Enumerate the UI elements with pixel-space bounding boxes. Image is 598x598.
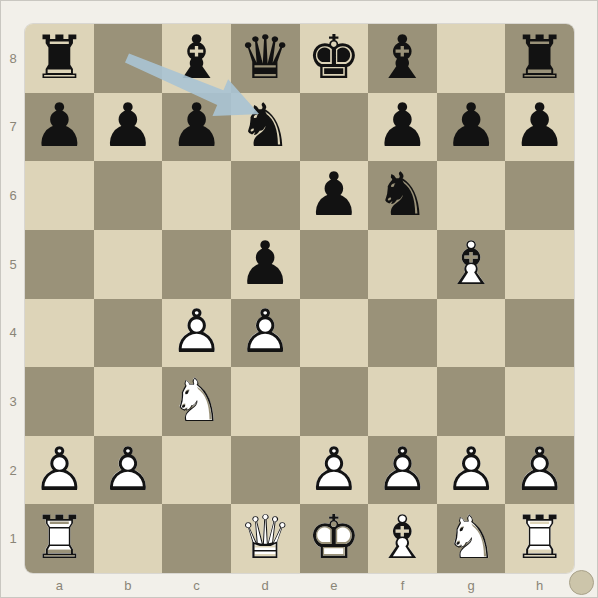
square-b6[interactable] — [94, 161, 163, 230]
square-f8[interactable]: ♝ — [368, 24, 437, 93]
piece-white-rook[interactable]: ♜♖ — [505, 504, 574, 573]
square-h1[interactable]: ♜♖ — [505, 504, 574, 573]
file-label-c: c — [162, 573, 231, 597]
square-b2[interactable]: ♟♙ — [94, 436, 163, 505]
white-piece-outline-glyph: ♘ — [162, 367, 231, 436]
piece-black-pawn[interactable]: ♟ — [94, 93, 163, 162]
piece-black-pawn[interactable]: ♟ — [25, 93, 94, 162]
piece-black-rook[interactable]: ♜ — [25, 24, 94, 93]
square-f4[interactable] — [368, 299, 437, 368]
white-piece-outline-glyph: ♙ — [300, 436, 369, 505]
piece-white-pawn[interactable]: ♟♙ — [300, 436, 369, 505]
rank-label-2: 2 — [1, 436, 25, 505]
piece-white-knight[interactable]: ♞♘ — [162, 367, 231, 436]
rank-label-3: 3 — [1, 367, 25, 436]
rank-label-4: 4 — [1, 299, 25, 368]
square-h2[interactable]: ♟♙ — [505, 436, 574, 505]
square-h5[interactable] — [505, 230, 574, 299]
square-h4[interactable] — [505, 299, 574, 368]
piece-black-knight[interactable]: ♞ — [231, 93, 300, 162]
piece-black-pawn[interactable]: ♟ — [368, 93, 437, 162]
square-d6[interactable] — [231, 161, 300, 230]
square-d2[interactable] — [231, 436, 300, 505]
piece-white-pawn[interactable]: ♟♙ — [231, 299, 300, 368]
square-e1[interactable]: ♚♔ — [300, 504, 369, 573]
square-g6[interactable] — [437, 161, 506, 230]
piece-white-rook[interactable]: ♜♖ — [25, 504, 94, 573]
white-piece-outline-glyph: ♙ — [368, 436, 437, 505]
piece-black-pawn[interactable]: ♟ — [231, 230, 300, 299]
piece-white-pawn[interactable]: ♟♙ — [94, 436, 163, 505]
square-a7[interactable]: ♟ — [25, 93, 94, 162]
square-c8[interactable]: ♝ — [162, 24, 231, 93]
white-piece-outline-glyph: ♘ — [437, 504, 506, 573]
white-piece-outline-glyph: ♖ — [505, 504, 574, 573]
file-label-g: g — [437, 573, 506, 597]
square-a2[interactable]: ♟♙ — [25, 436, 94, 505]
square-g3[interactable] — [437, 367, 506, 436]
square-d4[interactable]: ♟♙ — [231, 299, 300, 368]
white-piece-outline-glyph: ♙ — [94, 436, 163, 505]
piece-white-queen[interactable]: ♛♕ — [231, 504, 300, 573]
piece-black-rook[interactable]: ♜ — [505, 24, 574, 93]
rank-label-1: 1 — [1, 504, 25, 573]
black-piece-glyph: ♞ — [231, 93, 300, 162]
black-piece-glyph: ♟ — [25, 93, 94, 162]
square-h3[interactable] — [505, 367, 574, 436]
square-d3[interactable] — [231, 367, 300, 436]
square-c2[interactable] — [162, 436, 231, 505]
white-piece-outline-glyph: ♙ — [231, 299, 300, 368]
piece-black-pawn[interactable]: ♟ — [437, 93, 506, 162]
square-e6[interactable]: ♟ — [300, 161, 369, 230]
chess-diagram-page: ♜♝♛♚♝♜♟♟♟♞♟♟♟♟♞♟♝♗♟♙♟♙♞♘♟♙♟♙♟♙♟♙♟♙♟♙♜♖♛♕… — [0, 0, 598, 598]
square-c3[interactable]: ♞♘ — [162, 367, 231, 436]
square-e5[interactable] — [300, 230, 369, 299]
black-piece-glyph: ♟ — [300, 161, 369, 230]
board-area: ♜♝♛♚♝♜♟♟♟♞♟♟♟♟♞♟♝♗♟♙♟♙♞♘♟♙♟♙♟♙♟♙♟♙♟♙♜♖♛♕… — [1, 1, 597, 597]
piece-black-queen[interactable]: ♛ — [231, 24, 300, 93]
piece-white-pawn[interactable]: ♟♙ — [162, 299, 231, 368]
square-a4[interactable] — [25, 299, 94, 368]
square-h7[interactable]: ♟ — [505, 93, 574, 162]
piece-black-knight[interactable]: ♞ — [368, 161, 437, 230]
square-f2[interactable]: ♟♙ — [368, 436, 437, 505]
piece-black-king[interactable]: ♚ — [300, 24, 369, 93]
square-f5[interactable] — [368, 230, 437, 299]
black-piece-glyph: ♚ — [300, 24, 369, 93]
file-labels: abcdefgh — [25, 573, 574, 597]
square-e2[interactable]: ♟♙ — [300, 436, 369, 505]
white-piece-outline-glyph: ♕ — [231, 504, 300, 573]
square-d5[interactable]: ♟ — [231, 230, 300, 299]
square-b8[interactable] — [94, 24, 163, 93]
piece-white-pawn[interactable]: ♟♙ — [437, 436, 506, 505]
square-c1[interactable] — [162, 504, 231, 573]
square-b5[interactable] — [94, 230, 163, 299]
square-b4[interactable] — [94, 299, 163, 368]
square-g2[interactable]: ♟♙ — [437, 436, 506, 505]
rank-label-8: 8 — [1, 24, 25, 93]
piece-white-bishop[interactable]: ♝♗ — [368, 504, 437, 573]
piece-white-bishop[interactable]: ♝♗ — [437, 230, 506, 299]
square-a1[interactable]: ♜♖ — [25, 504, 94, 573]
piece-white-king[interactable]: ♚♔ — [300, 504, 369, 573]
square-c5[interactable] — [162, 230, 231, 299]
white-piece-outline-glyph: ♖ — [25, 504, 94, 573]
file-label-f: f — [368, 573, 437, 597]
black-piece-glyph: ♟ — [231, 230, 300, 299]
file-label-b: b — [94, 573, 163, 597]
square-f7[interactable]: ♟ — [368, 93, 437, 162]
piece-white-knight[interactable]: ♞♘ — [437, 504, 506, 573]
rank-label-6: 6 — [1, 161, 25, 230]
square-b3[interactable] — [94, 367, 163, 436]
square-f3[interactable] — [368, 367, 437, 436]
square-g7[interactable]: ♟ — [437, 93, 506, 162]
square-f6[interactable]: ♞ — [368, 161, 437, 230]
black-piece-glyph: ♛ — [231, 24, 300, 93]
white-piece-outline-glyph: ♙ — [25, 436, 94, 505]
piece-black-pawn[interactable]: ♟ — [300, 161, 369, 230]
white-piece-outline-glyph: ♙ — [162, 299, 231, 368]
square-c6[interactable] — [162, 161, 231, 230]
square-e3[interactable] — [300, 367, 369, 436]
square-g1[interactable]: ♞♘ — [437, 504, 506, 573]
white-piece-outline-glyph: ♙ — [437, 436, 506, 505]
square-h6[interactable] — [505, 161, 574, 230]
piece-white-pawn[interactable]: ♟♙ — [368, 436, 437, 505]
corner-dot-icon — [569, 570, 594, 595]
square-d8[interactable]: ♛ — [231, 24, 300, 93]
file-label-e: e — [300, 573, 369, 597]
square-b1[interactable] — [94, 504, 163, 573]
square-g4[interactable] — [437, 299, 506, 368]
white-piece-outline-glyph: ♙ — [505, 436, 574, 505]
rank-labels: 87654321 — [1, 24, 25, 573]
piece-black-pawn[interactable]: ♟ — [505, 93, 574, 162]
rank-label-7: 7 — [1, 93, 25, 162]
square-c7[interactable]: ♟ — [162, 93, 231, 162]
black-piece-glyph: ♟ — [368, 93, 437, 162]
square-e4[interactable] — [300, 299, 369, 368]
square-b7[interactable]: ♟ — [94, 93, 163, 162]
square-d1[interactable]: ♛♕ — [231, 504, 300, 573]
square-a8[interactable]: ♜ — [25, 24, 94, 93]
black-piece-glyph: ♟ — [437, 93, 506, 162]
square-a6[interactable] — [25, 161, 94, 230]
board: ♜♝♛♚♝♜♟♟♟♞♟♟♟♟♞♟♝♗♟♙♟♙♞♘♟♙♟♙♟♙♟♙♟♙♟♙♜♖♛♕… — [25, 24, 574, 573]
piece-black-bishop[interactable]: ♝ — [368, 24, 437, 93]
black-piece-glyph: ♟ — [505, 93, 574, 162]
file-label-d: d — [231, 573, 300, 597]
square-h8[interactable]: ♜ — [505, 24, 574, 93]
square-e7[interactable] — [300, 93, 369, 162]
square-a3[interactable] — [25, 367, 94, 436]
square-d7[interactable]: ♞ — [231, 93, 300, 162]
piece-white-pawn[interactable]: ♟♙ — [505, 436, 574, 505]
piece-black-bishop[interactable]: ♝ — [162, 24, 231, 93]
black-piece-glyph: ♜ — [505, 24, 574, 93]
black-piece-glyph: ♞ — [368, 161, 437, 230]
white-piece-outline-glyph: ♗ — [437, 230, 506, 299]
black-piece-glyph: ♜ — [25, 24, 94, 93]
file-label-a: a — [25, 573, 94, 597]
square-g8[interactable] — [437, 24, 506, 93]
rank-label-5: 5 — [1, 230, 25, 299]
square-a5[interactable] — [25, 230, 94, 299]
black-piece-glyph: ♟ — [94, 93, 163, 162]
square-c4[interactable]: ♟♙ — [162, 299, 231, 368]
piece-black-pawn[interactable]: ♟ — [162, 93, 231, 162]
black-piece-glyph: ♝ — [162, 24, 231, 93]
square-e8[interactable]: ♚ — [300, 24, 369, 93]
black-piece-glyph: ♝ — [368, 24, 437, 93]
white-piece-outline-glyph: ♗ — [368, 504, 437, 573]
piece-white-pawn[interactable]: ♟♙ — [25, 436, 94, 505]
square-f1[interactable]: ♝♗ — [368, 504, 437, 573]
file-label-h: h — [505, 573, 574, 597]
black-piece-glyph: ♟ — [162, 93, 231, 162]
white-piece-outline-glyph: ♔ — [300, 504, 369, 573]
square-g5[interactable]: ♝♗ — [437, 230, 506, 299]
